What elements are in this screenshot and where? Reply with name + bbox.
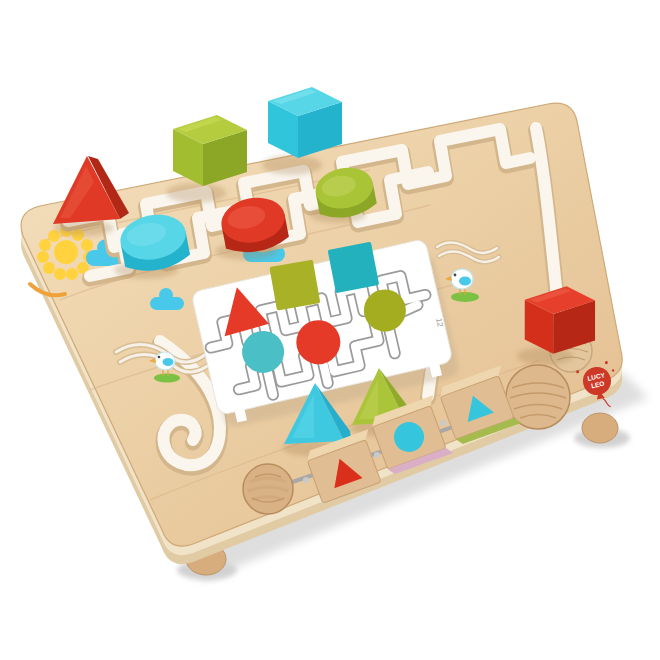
piece-olive-cube[interactable]	[173, 115, 247, 186]
product-photo-stage: LUCY LEO	[0, 0, 660, 660]
piece-cyan-cube[interactable]	[268, 87, 342, 158]
wood-foot-bottom-right	[582, 413, 618, 443]
rod-pin	[440, 420, 446, 426]
card-teal-square	[328, 242, 380, 294]
maze-board-scene: LUCY LEO	[0, 0, 660, 660]
piece-red-cube[interactable]	[525, 286, 595, 353]
rod-pin	[374, 452, 380, 458]
card-olive-square	[269, 260, 320, 311]
rod-end-cylinder-left[interactable]	[243, 464, 293, 514]
rod-pin	[303, 477, 309, 483]
